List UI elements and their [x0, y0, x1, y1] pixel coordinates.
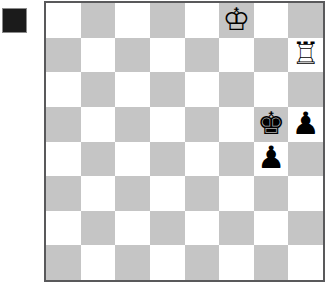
square-d2[interactable] [150, 211, 185, 246]
square-c7[interactable] [115, 38, 150, 73]
square-a7[interactable] [46, 38, 81, 73]
square-f7[interactable] [219, 38, 254, 73]
square-b3[interactable] [81, 176, 116, 211]
chess-board[interactable]: ♔♖♚♟♟ [44, 1, 325, 282]
square-e1[interactable] [185, 245, 220, 280]
square-e4[interactable] [185, 142, 220, 177]
square-d5[interactable] [150, 107, 185, 142]
square-h8[interactable] [288, 3, 323, 38]
black-to-move-indicator [2, 8, 27, 33]
square-a1[interactable] [46, 245, 81, 280]
square-b5[interactable] [81, 107, 116, 142]
square-e3[interactable] [185, 176, 220, 211]
square-e7[interactable] [185, 38, 220, 73]
square-e8[interactable] [185, 3, 220, 38]
square-h4[interactable] [288, 142, 323, 177]
square-g1[interactable] [254, 245, 289, 280]
square-d6[interactable] [150, 72, 185, 107]
square-c6[interactable] [115, 72, 150, 107]
square-h2[interactable] [288, 211, 323, 246]
piece-black-king[interactable]: ♚ [257, 108, 285, 139]
square-b2[interactable] [81, 211, 116, 246]
chess-diagram: ♔♖♚♟♟ [0, 0, 328, 285]
square-a4[interactable] [46, 142, 81, 177]
square-e2[interactable] [185, 211, 220, 246]
square-c5[interactable] [115, 107, 150, 142]
piece-white-rook[interactable]: ♖ [292, 38, 320, 69]
square-f3[interactable] [219, 176, 254, 211]
square-g8[interactable] [254, 3, 289, 38]
piece-black-pawn[interactable]: ♟ [292, 108, 320, 139]
square-h6[interactable] [288, 72, 323, 107]
square-d4[interactable] [150, 142, 185, 177]
square-a6[interactable] [46, 72, 81, 107]
square-a8[interactable] [46, 3, 81, 38]
square-b7[interactable] [81, 38, 116, 73]
square-g7[interactable] [254, 38, 289, 73]
square-e5[interactable] [185, 107, 220, 142]
square-g5[interactable]: ♚ [254, 107, 289, 142]
square-c3[interactable] [115, 176, 150, 211]
square-h7[interactable]: ♖ [288, 38, 323, 73]
square-b4[interactable] [81, 142, 116, 177]
square-f8[interactable]: ♔ [219, 3, 254, 38]
square-f4[interactable] [219, 142, 254, 177]
square-b8[interactable] [81, 3, 116, 38]
square-a3[interactable] [46, 176, 81, 211]
square-c4[interactable] [115, 142, 150, 177]
square-g3[interactable] [254, 176, 289, 211]
square-f2[interactable] [219, 211, 254, 246]
square-f6[interactable] [219, 72, 254, 107]
square-h5[interactable]: ♟ [288, 107, 323, 142]
square-d1[interactable] [150, 245, 185, 280]
square-d7[interactable] [150, 38, 185, 73]
square-d8[interactable] [150, 3, 185, 38]
square-c8[interactable] [115, 3, 150, 38]
square-g6[interactable] [254, 72, 289, 107]
square-d3[interactable] [150, 176, 185, 211]
square-f5[interactable] [219, 107, 254, 142]
square-g4[interactable]: ♟ [254, 142, 289, 177]
square-f1[interactable] [219, 245, 254, 280]
square-h1[interactable] [288, 245, 323, 280]
square-c2[interactable] [115, 211, 150, 246]
square-a5[interactable] [46, 107, 81, 142]
square-h3[interactable] [288, 176, 323, 211]
square-b6[interactable] [81, 72, 116, 107]
square-g2[interactable] [254, 211, 289, 246]
piece-white-king[interactable]: ♔ [223, 4, 251, 35]
square-a2[interactable] [46, 211, 81, 246]
square-e6[interactable] [185, 72, 220, 107]
piece-black-pawn[interactable]: ♟ [257, 142, 285, 173]
square-c1[interactable] [115, 245, 150, 280]
square-b1[interactable] [81, 245, 116, 280]
